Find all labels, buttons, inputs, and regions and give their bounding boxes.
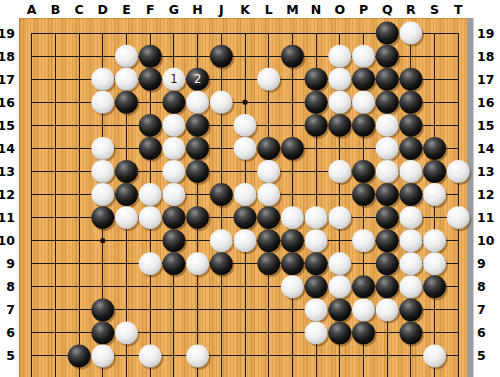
black-stone[interactable] xyxy=(376,275,399,298)
column-label-top: A xyxy=(27,2,37,17)
row-label-left: 19 xyxy=(0,26,15,41)
black-stone[interactable] xyxy=(186,206,209,229)
white-stone[interactable] xyxy=(115,206,138,229)
black-stone[interactable] xyxy=(281,229,304,252)
black-stone[interactable] xyxy=(257,252,280,275)
white-stone[interactable] xyxy=(400,252,423,275)
row-label-left: 16 xyxy=(0,95,15,110)
black-stone[interactable] xyxy=(352,160,375,183)
black-stone[interactable] xyxy=(305,275,328,298)
column-label-top: D xyxy=(98,2,108,17)
row-label-left: 14 xyxy=(0,141,15,156)
row-label-left: 7 xyxy=(6,302,15,317)
row-label-right: 11 xyxy=(477,210,494,225)
white-stone[interactable] xyxy=(305,322,328,345)
row-label-left: 18 xyxy=(0,49,15,64)
white-stone[interactable] xyxy=(139,206,162,229)
white-stone[interactable] xyxy=(376,137,399,160)
white-stone[interactable] xyxy=(91,137,114,160)
black-stone[interactable] xyxy=(328,322,351,345)
black-stone[interactable] xyxy=(163,252,186,275)
row-label-left: 17 xyxy=(0,72,15,87)
row-label-right: 7 xyxy=(477,302,486,317)
white-stone[interactable] xyxy=(447,206,470,229)
white-stone[interactable] xyxy=(115,322,138,345)
black-stone[interactable] xyxy=(186,137,209,160)
column-label-top: F xyxy=(146,2,155,17)
black-stone[interactable] xyxy=(257,137,280,160)
black-stone[interactable] xyxy=(91,298,114,321)
black-stone[interactable] xyxy=(352,183,375,206)
black-stone[interactable] xyxy=(234,206,257,229)
row-label-right: 5 xyxy=(477,348,486,363)
row-label-left: 15 xyxy=(0,118,15,133)
white-stone[interactable] xyxy=(139,345,162,368)
go-board[interactable]: 12 ABCDEFGHJKLMNOPQRST191918181717161615… xyxy=(0,0,500,377)
black-stone[interactable] xyxy=(115,91,138,114)
black-stone[interactable] xyxy=(281,45,304,68)
white-stone[interactable] xyxy=(163,137,186,160)
black-stone[interactable] xyxy=(305,252,328,275)
board-edge-layer xyxy=(467,18,474,377)
black-stone[interactable] xyxy=(115,160,138,183)
white-stone[interactable] xyxy=(234,137,257,160)
black-stone[interactable] xyxy=(68,345,91,368)
white-stone[interactable] xyxy=(305,298,328,321)
column-label-top: S xyxy=(430,2,439,17)
white-stone[interactable] xyxy=(210,229,233,252)
black-stone[interactable] xyxy=(305,91,328,114)
black-stone[interactable] xyxy=(281,252,304,275)
white-stone[interactable] xyxy=(210,91,233,114)
white-stone[interactable] xyxy=(257,68,280,91)
black-stone[interactable] xyxy=(400,68,423,91)
black-stone[interactable] xyxy=(257,206,280,229)
white-stone[interactable] xyxy=(234,229,257,252)
white-stone[interactable] xyxy=(400,22,423,45)
white-stone[interactable] xyxy=(376,114,399,137)
row-label-left: 12 xyxy=(0,187,15,202)
row-label-right: 10 xyxy=(477,233,495,248)
white-stone[interactable] xyxy=(91,345,114,368)
white-stone[interactable] xyxy=(328,275,351,298)
black-stone[interactable] xyxy=(115,183,138,206)
black-stone[interactable] xyxy=(400,91,423,114)
white-stone[interactable] xyxy=(400,275,423,298)
row-label-left: 13 xyxy=(0,164,15,179)
black-stone[interactable] xyxy=(163,91,186,114)
white-stone[interactable] xyxy=(328,45,351,68)
move-number-label: 2 xyxy=(194,72,201,86)
white-stone[interactable] xyxy=(91,91,114,114)
black-stone[interactable] xyxy=(400,183,423,206)
black-stone[interactable] xyxy=(400,114,423,137)
black-stone[interactable] xyxy=(352,68,375,91)
black-stone[interactable] xyxy=(352,114,375,137)
white-stone[interactable] xyxy=(139,183,162,206)
row-label-right: 12 xyxy=(477,187,494,202)
white-stone[interactable] xyxy=(234,114,257,137)
column-label-top: R xyxy=(406,2,416,17)
black-stone[interactable] xyxy=(376,68,399,91)
black-stone[interactable] xyxy=(423,137,446,160)
white-stone[interactable] xyxy=(328,68,351,91)
black-stone[interactable] xyxy=(376,45,399,68)
white-stone[interactable] xyxy=(305,206,328,229)
black-stone[interactable] xyxy=(400,298,423,321)
white-stone[interactable] xyxy=(400,229,423,252)
black-stone[interactable] xyxy=(376,252,399,275)
column-label-top: T xyxy=(454,2,463,17)
row-label-right: 9 xyxy=(477,256,486,271)
black-stone[interactable] xyxy=(352,322,375,345)
row-label-right: 6 xyxy=(477,325,486,340)
black-stone[interactable] xyxy=(352,275,375,298)
row-label-left: 6 xyxy=(6,325,15,340)
black-stone[interactable] xyxy=(163,229,186,252)
black-stone[interactable] xyxy=(91,322,114,345)
black-stone[interactable] xyxy=(423,275,446,298)
stone-layer xyxy=(68,22,472,370)
white-stone[interactable] xyxy=(423,252,446,275)
black-stone[interactable] xyxy=(186,114,209,137)
black-stone[interactable] xyxy=(328,298,351,321)
star-point xyxy=(242,100,247,105)
black-stone[interactable] xyxy=(305,68,328,91)
column-label-top: Q xyxy=(382,2,393,17)
black-stone[interactable] xyxy=(139,114,162,137)
column-label-top: G xyxy=(169,2,179,17)
row-label-left: 11 xyxy=(0,210,15,225)
black-stone[interactable] xyxy=(328,114,351,137)
white-stone[interactable] xyxy=(186,345,209,368)
black-stone[interactable] xyxy=(376,229,399,252)
column-label-top: P xyxy=(359,2,368,17)
white-stone[interactable] xyxy=(352,91,375,114)
white-stone[interactable] xyxy=(352,298,375,321)
white-stone[interactable] xyxy=(376,298,399,321)
black-stone[interactable] xyxy=(139,68,162,91)
row-label-right: 17 xyxy=(477,72,494,87)
column-label-top: N xyxy=(311,2,321,17)
column-label-top: H xyxy=(192,2,202,17)
column-label-top: E xyxy=(122,2,131,17)
black-stone[interactable] xyxy=(376,91,399,114)
black-stone[interactable] xyxy=(210,252,233,275)
white-stone[interactable] xyxy=(163,160,186,183)
black-stone[interactable] xyxy=(281,137,304,160)
black-stone[interactable] xyxy=(139,45,162,68)
white-stone[interactable] xyxy=(423,229,446,252)
black-stone[interactable] xyxy=(400,322,423,345)
black-stone[interactable] xyxy=(91,206,114,229)
column-label-top: O xyxy=(334,2,345,17)
column-label-top: K xyxy=(240,2,251,17)
white-stone[interactable] xyxy=(163,114,186,137)
row-label-right: 15 xyxy=(477,118,494,133)
row-label-left: 5 xyxy=(6,348,15,363)
black-stone[interactable] xyxy=(139,137,162,160)
black-stone[interactable] xyxy=(376,22,399,45)
board-edge-shadow xyxy=(467,18,474,377)
black-stone[interactable] xyxy=(305,114,328,137)
row-label-right: 13 xyxy=(477,164,494,179)
black-stone[interactable] xyxy=(400,137,423,160)
black-stone[interactable] xyxy=(163,206,186,229)
black-stone[interactable] xyxy=(376,183,399,206)
row-label-left: 9 xyxy=(6,256,15,271)
row-label-left: 10 xyxy=(0,233,15,248)
row-label-right: 8 xyxy=(477,279,486,294)
white-stone[interactable] xyxy=(352,45,375,68)
black-stone[interactable] xyxy=(257,229,280,252)
white-stone[interactable] xyxy=(163,183,186,206)
column-label-top: B xyxy=(51,2,61,17)
white-stone[interactable] xyxy=(281,275,304,298)
row-label-right: 19 xyxy=(477,26,494,41)
white-stone[interactable] xyxy=(115,68,138,91)
white-stone[interactable] xyxy=(352,229,375,252)
white-stone[interactable] xyxy=(305,229,328,252)
white-stone[interactable] xyxy=(281,206,304,229)
black-stone[interactable] xyxy=(186,160,209,183)
white-stone[interactable] xyxy=(423,183,446,206)
row-label-right: 14 xyxy=(477,141,495,156)
column-label-top: C xyxy=(75,2,84,17)
white-stone[interactable] xyxy=(91,183,114,206)
row-label-right: 16 xyxy=(477,95,495,110)
row-label-left: 8 xyxy=(6,279,15,294)
white-stone[interactable] xyxy=(400,160,423,183)
white-stone[interactable] xyxy=(257,183,280,206)
row-label-right: 18 xyxy=(477,49,494,64)
white-stone[interactable] xyxy=(115,45,138,68)
column-label-top: L xyxy=(265,2,273,17)
white-stone[interactable] xyxy=(328,160,351,183)
move-number-label: 1 xyxy=(170,72,177,86)
go-board-screen: 12 ABCDEFGHJKLMNOPQRST191918181717161615… xyxy=(0,0,500,377)
column-label-top: J xyxy=(218,2,224,17)
white-stone[interactable] xyxy=(328,91,351,114)
white-stone[interactable] xyxy=(257,160,280,183)
white-stone[interactable] xyxy=(400,206,423,229)
white-stone[interactable] xyxy=(328,206,351,229)
white-stone[interactable] xyxy=(91,68,114,91)
black-stone[interactable] xyxy=(376,206,399,229)
white-stone[interactable] xyxy=(376,160,399,183)
white-stone[interactable] xyxy=(447,160,470,183)
column-label-top: M xyxy=(286,2,298,17)
white-stone[interactable] xyxy=(139,252,162,275)
white-stone[interactable] xyxy=(186,252,209,275)
black-stone[interactable] xyxy=(210,45,233,68)
white-stone[interactable] xyxy=(186,91,209,114)
white-stone[interactable] xyxy=(91,160,114,183)
black-stone[interactable] xyxy=(423,160,446,183)
white-stone[interactable] xyxy=(423,345,446,368)
white-stone[interactable] xyxy=(234,183,257,206)
white-stone[interactable] xyxy=(328,252,351,275)
star-point xyxy=(100,238,105,243)
black-stone[interactable] xyxy=(210,183,233,206)
